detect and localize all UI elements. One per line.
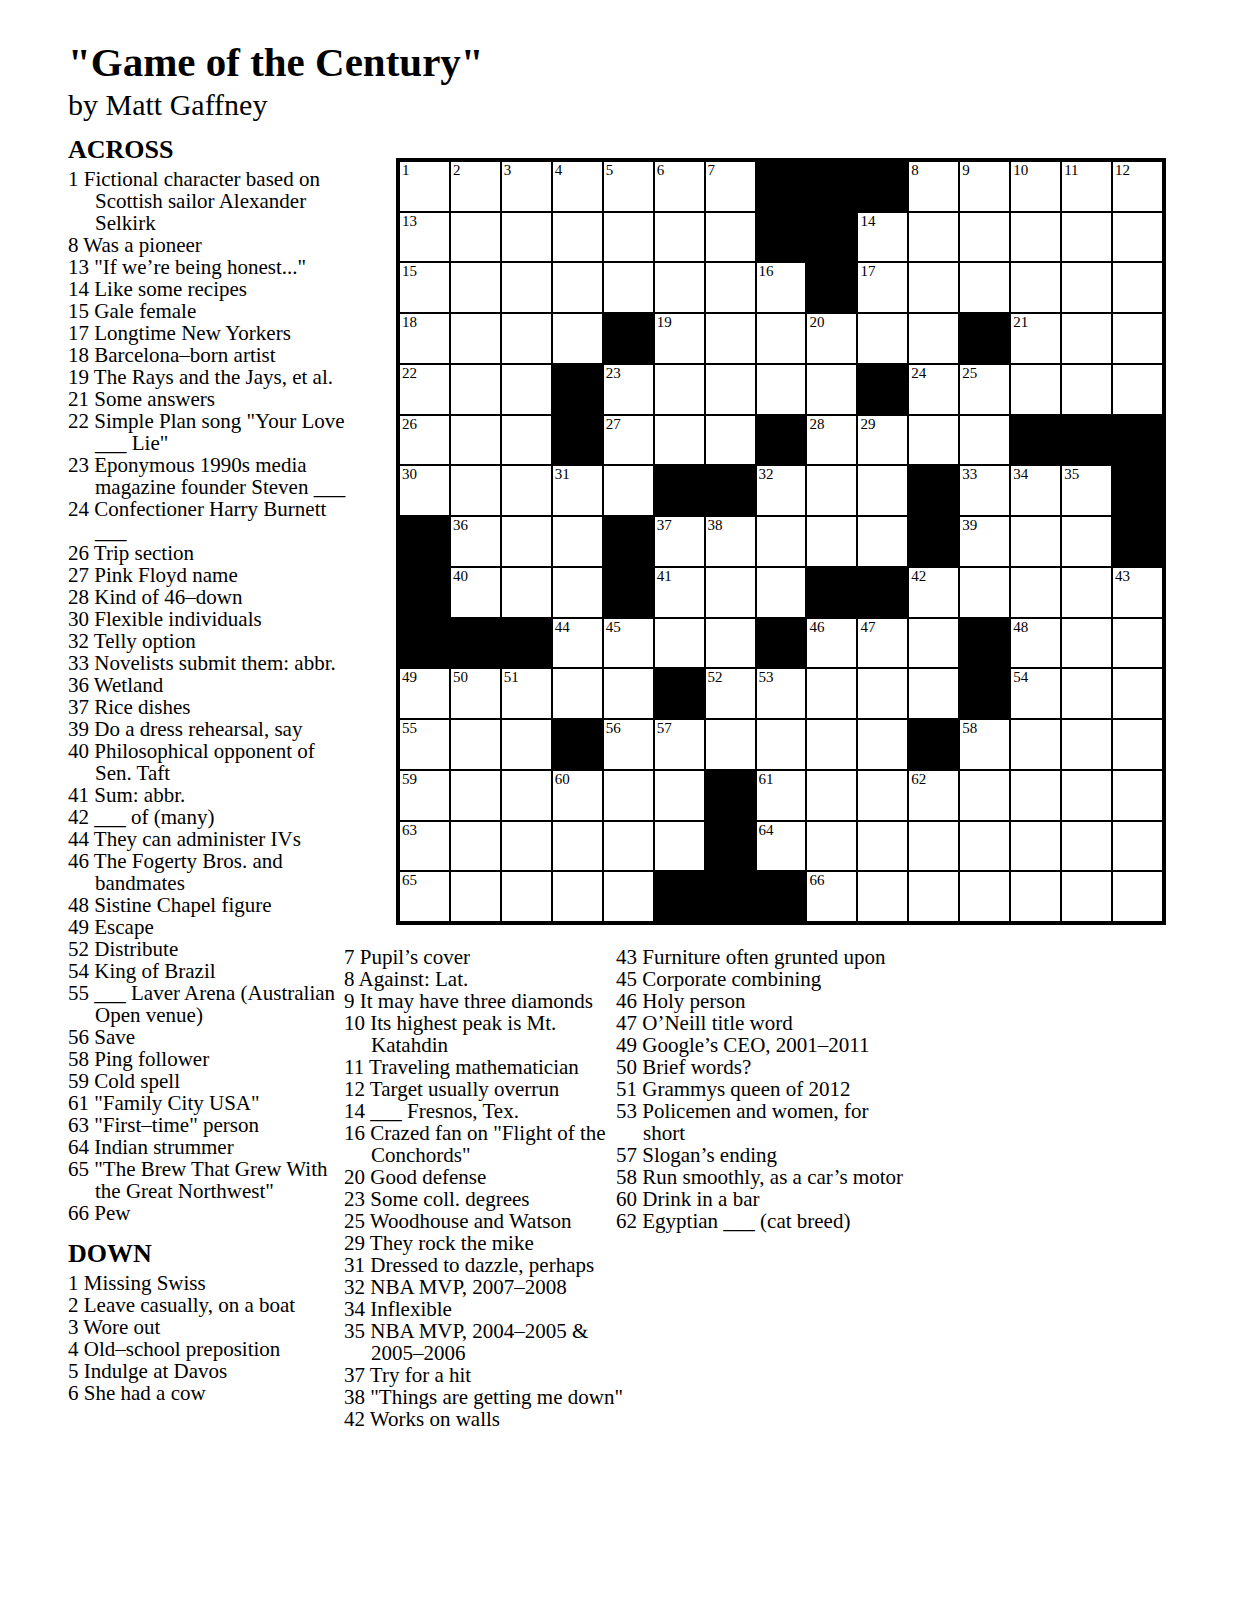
- black-cell: [706, 822, 755, 871]
- black-cell: [1113, 517, 1162, 566]
- cell-number: 14: [860, 213, 875, 230]
- across-clue-column: ACROSS 1 Fictional character based on Sc…: [68, 136, 346, 1404]
- grid-cell[interactable]: 27: [604, 416, 653, 465]
- black-cell: [400, 568, 449, 617]
- black-cell: [858, 162, 907, 211]
- cell-number: 11: [1064, 162, 1078, 179]
- clue-item: 26 Trip section: [68, 542, 346, 564]
- clue-item: 28 Kind of 46–down: [68, 586, 346, 608]
- grid-cell[interactable]: [1011, 365, 1060, 414]
- clue-item: 46 The Fogerty Bros. and bandmates: [68, 850, 346, 894]
- grid-cell[interactable]: [960, 568, 1009, 617]
- black-cell: [604, 568, 653, 617]
- cell-number: 8: [911, 162, 919, 179]
- grid-cell[interactable]: [553, 263, 602, 312]
- grid-cell[interactable]: 36: [451, 517, 500, 566]
- grid-cell[interactable]: [1062, 771, 1111, 820]
- grid-cell[interactable]: [706, 213, 755, 262]
- clue-item: 61 "Family City USA": [68, 1092, 346, 1114]
- cell-number: 62: [911, 771, 926, 788]
- grid-cell[interactable]: 18: [400, 314, 449, 363]
- grid-cell[interactable]: 43: [1113, 568, 1162, 617]
- grid-cell[interactable]: 28: [807, 416, 856, 465]
- grid-cell[interactable]: 33: [960, 466, 1009, 515]
- cell-number: 28: [809, 416, 824, 433]
- grid-cell[interactable]: [502, 771, 551, 820]
- grid-cell[interactable]: [960, 771, 1009, 820]
- grid-cell[interactable]: [451, 416, 500, 465]
- grid-cell[interactable]: [909, 314, 958, 363]
- cell-number: 26: [402, 416, 417, 433]
- black-cell: [757, 213, 806, 262]
- grid-cell[interactable]: [960, 872, 1009, 921]
- grid-cell[interactable]: 63: [400, 822, 449, 871]
- clue-item: 58 Run smoothly, as a car’s motor: [616, 1166, 908, 1188]
- grid-cell[interactable]: [553, 872, 602, 921]
- grid-cell[interactable]: [960, 263, 1009, 312]
- grid-cell[interactable]: [1062, 263, 1111, 312]
- clue-item: 45 Corporate combining: [616, 968, 908, 990]
- black-cell: [909, 517, 958, 566]
- grid-cell[interactable]: [909, 822, 958, 871]
- grid-cell[interactable]: [1113, 872, 1162, 921]
- grid-cell[interactable]: [553, 517, 602, 566]
- grid-cell[interactable]: 42: [909, 568, 958, 617]
- cell-number: 23: [606, 365, 621, 382]
- clue-item: 11 Traveling mathematician: [344, 1056, 626, 1078]
- grid-cell[interactable]: 32: [757, 466, 806, 515]
- grid-cell[interactable]: [807, 517, 856, 566]
- cell-number: 50: [453, 669, 468, 686]
- grid-cell[interactable]: [858, 720, 907, 769]
- black-cell: [706, 872, 755, 921]
- cell-number: 15: [402, 263, 417, 280]
- grid-cell[interactable]: [502, 517, 551, 566]
- grid-cell[interactable]: 34: [1011, 466, 1060, 515]
- grid-cell[interactable]: [451, 771, 500, 820]
- grid-cell[interactable]: [858, 822, 907, 871]
- grid-cell[interactable]: [706, 416, 755, 465]
- grid-cell[interactable]: [451, 872, 500, 921]
- cell-number: 17: [860, 263, 875, 280]
- grid-cell[interactable]: [604, 466, 653, 515]
- down-clue-list-part1: 1 Missing Swiss2 Leave casually, on a bo…: [68, 1272, 346, 1404]
- grid-cell[interactable]: [604, 872, 653, 921]
- black-cell: [604, 314, 653, 363]
- grid-cell[interactable]: 19: [655, 314, 704, 363]
- grid-cell[interactable]: [757, 568, 806, 617]
- across-clue-list: 1 Fictional character based on Scottish …: [68, 168, 346, 1224]
- grid-cell[interactable]: [757, 365, 806, 414]
- grid-cell[interactable]: [604, 669, 653, 718]
- grid-cell[interactable]: [1062, 517, 1111, 566]
- black-cell: [807, 162, 856, 211]
- grid-cell[interactable]: [807, 822, 856, 871]
- grid-cell[interactable]: [451, 720, 500, 769]
- grid-cell[interactable]: 11: [1062, 162, 1111, 211]
- clue-item: 23 Some coll. degrees: [344, 1188, 626, 1210]
- grid-cell[interactable]: [1062, 669, 1111, 718]
- grid-cell[interactable]: [1113, 213, 1162, 262]
- clue-item: 37 Try for a hit: [344, 1364, 626, 1386]
- clue-item: 44 They can administer IVs: [68, 828, 346, 850]
- grid-cell[interactable]: [909, 872, 958, 921]
- grid-cell[interactable]: 17: [858, 263, 907, 312]
- grid-cell[interactable]: [909, 263, 958, 312]
- grid-cell[interactable]: 31: [553, 466, 602, 515]
- grid-cell[interactable]: 49: [400, 669, 449, 718]
- grid-cell[interactable]: [502, 365, 551, 414]
- grid-cell[interactable]: 61: [757, 771, 806, 820]
- grid-cell[interactable]: [1011, 263, 1060, 312]
- grid-cell[interactable]: 20: [807, 314, 856, 363]
- grid-cell[interactable]: 9: [960, 162, 1009, 211]
- black-cell: [960, 619, 1009, 668]
- grid-cell[interactable]: 37: [655, 517, 704, 566]
- grid-cell[interactable]: [655, 213, 704, 262]
- grid-cell[interactable]: 15: [400, 263, 449, 312]
- black-cell: [553, 720, 602, 769]
- grid-cell[interactable]: 1: [400, 162, 449, 211]
- grid-cell[interactable]: [655, 263, 704, 312]
- grid-cell[interactable]: 50: [451, 669, 500, 718]
- grid-cell[interactable]: [604, 771, 653, 820]
- cell-number: 12: [1115, 162, 1130, 179]
- clue-item: 8 Was a pioneer: [68, 234, 346, 256]
- grid-cell[interactable]: 12: [1113, 162, 1162, 211]
- grid-cell[interactable]: [553, 669, 602, 718]
- crossword-grid: 1234567891011121314151617181920212223242…: [396, 158, 1166, 925]
- grid-cell[interactable]: 46: [807, 619, 856, 668]
- grid-cell[interactable]: [1011, 771, 1060, 820]
- grid-cell[interactable]: [655, 822, 704, 871]
- grid-cell[interactable]: 45: [604, 619, 653, 668]
- black-cell: [757, 872, 806, 921]
- grid-cell[interactable]: [1113, 314, 1162, 363]
- grid-cell[interactable]: 58: [960, 720, 1009, 769]
- grid-cell[interactable]: 66: [807, 872, 856, 921]
- cell-number: 38: [708, 517, 723, 534]
- cell-number: 51: [504, 669, 519, 686]
- grid-cell[interactable]: 25: [960, 365, 1009, 414]
- grid-cell[interactable]: 59: [400, 771, 449, 820]
- grid-cell[interactable]: [1011, 517, 1060, 566]
- grid-cell[interactable]: 55: [400, 720, 449, 769]
- grid-cell[interactable]: [451, 263, 500, 312]
- black-cell: [757, 162, 806, 211]
- down-header: DOWN: [68, 1240, 346, 1268]
- clue-item: 1 Missing Swiss: [68, 1272, 346, 1294]
- grid-cell[interactable]: [807, 466, 856, 515]
- grid-cell[interactable]: [451, 466, 500, 515]
- clue-item: 57 Slogan’s ending: [616, 1144, 908, 1166]
- grid-cell[interactable]: [502, 822, 551, 871]
- grid-cell[interactable]: 24: [909, 365, 958, 414]
- grid-cell[interactable]: [451, 213, 500, 262]
- grid-cell[interactable]: 2: [451, 162, 500, 211]
- grid-cell[interactable]: [1062, 619, 1111, 668]
- black-cell: [858, 568, 907, 617]
- cell-number: 16: [759, 263, 774, 280]
- grid-cell[interactable]: 6: [655, 162, 704, 211]
- down-clue-list-part3: 43 Furniture often grunted upon45 Corpor…: [616, 946, 908, 1232]
- grid-cell[interactable]: [1062, 822, 1111, 871]
- black-cell: [807, 213, 856, 262]
- grid-cell[interactable]: [858, 669, 907, 718]
- grid-cell[interactable]: 8: [909, 162, 958, 211]
- grid-cell[interactable]: [960, 822, 1009, 871]
- grid-cell[interactable]: [502, 720, 551, 769]
- grid-cell[interactable]: [655, 771, 704, 820]
- clue-item: 66 Pew: [68, 1202, 346, 1224]
- grid-cell[interactable]: 26: [400, 416, 449, 465]
- clue-item: 22 Simple Plan song "Your Love ___ Lie": [68, 410, 346, 454]
- grid-cell[interactable]: [1062, 314, 1111, 363]
- black-cell: [757, 416, 806, 465]
- grid-cell[interactable]: [655, 365, 704, 414]
- grid-cell[interactable]: [909, 416, 958, 465]
- cell-number: 55: [402, 720, 417, 737]
- grid-cell[interactable]: [807, 771, 856, 820]
- cell-number: 25: [962, 365, 977, 382]
- grid-cell[interactable]: 48: [1011, 619, 1060, 668]
- clue-item: 18 Barcelona–born artist: [68, 344, 346, 366]
- grid-cell[interactable]: [757, 720, 806, 769]
- clue-item: 51 Grammys queen of 2012: [616, 1078, 908, 1100]
- grid-cell[interactable]: [706, 314, 755, 363]
- black-cell: [604, 517, 653, 566]
- clue-item: 12 Target usually overrun: [344, 1078, 626, 1100]
- black-cell: [706, 466, 755, 515]
- clue-item: 29 They rock the mike: [344, 1232, 626, 1254]
- cell-number: 24: [911, 365, 926, 382]
- grid-cell[interactable]: [604, 263, 653, 312]
- grid-cell[interactable]: [1113, 619, 1162, 668]
- cell-number: 32: [759, 466, 774, 483]
- grid-cell[interactable]: [1113, 669, 1162, 718]
- grid-cell[interactable]: [502, 466, 551, 515]
- black-cell: [451, 619, 500, 668]
- grid-cell[interactable]: 41: [655, 568, 704, 617]
- grid-cell[interactable]: 40: [451, 568, 500, 617]
- clue-item: 32 NBA MVP, 2007–2008: [344, 1276, 626, 1298]
- grid-cell[interactable]: [909, 619, 958, 668]
- grid-cell[interactable]: 21: [1011, 314, 1060, 363]
- clue-item: 49 Google’s CEO, 2001–2011: [616, 1034, 908, 1056]
- grid-cell[interactable]: [757, 314, 806, 363]
- grid-cell[interactable]: [451, 822, 500, 871]
- grid-cell[interactable]: 56: [604, 720, 653, 769]
- grid-cell[interactable]: [807, 669, 856, 718]
- grid-cell[interactable]: [858, 771, 907, 820]
- grid-cell[interactable]: [1113, 720, 1162, 769]
- grid-cell[interactable]: [807, 720, 856, 769]
- grid-cell[interactable]: [1113, 822, 1162, 871]
- grid-cell[interactable]: 3: [502, 162, 551, 211]
- grid-cell[interactable]: 22: [400, 365, 449, 414]
- grid-cell[interactable]: [1062, 365, 1111, 414]
- black-cell: [1113, 416, 1162, 465]
- grid-cell[interactable]: [553, 568, 602, 617]
- grid-cell[interactable]: 7: [706, 162, 755, 211]
- cell-number: 27: [606, 416, 621, 433]
- clue-item: 48 Sistine Chapel figure: [68, 894, 346, 916]
- grid-cell[interactable]: 57: [655, 720, 704, 769]
- cell-number: 13: [402, 213, 417, 230]
- clue-item: 41 Sum: abbr.: [68, 784, 346, 806]
- clue-item: 17 Longtime New Yorkers: [68, 322, 346, 344]
- grid-cell[interactable]: 30: [400, 466, 449, 515]
- grid-cell[interactable]: [604, 822, 653, 871]
- cell-number: 21: [1013, 314, 1028, 331]
- grid-cell[interactable]: 65: [400, 872, 449, 921]
- grid-cell[interactable]: [706, 619, 755, 668]
- grid-cell[interactable]: 13: [400, 213, 449, 262]
- cell-number: 1: [402, 162, 410, 179]
- grid-cell[interactable]: [502, 314, 551, 363]
- clue-item: 2 Leave casually, on a boat: [68, 1294, 346, 1316]
- grid-cell[interactable]: [553, 822, 602, 871]
- clue-item: 50 Brief words?: [616, 1056, 908, 1078]
- clue-item: 54 King of Brazil: [68, 960, 346, 982]
- clue-item: 56 Save: [68, 1026, 346, 1048]
- grid-cell[interactable]: 29: [858, 416, 907, 465]
- grid-cell[interactable]: [1113, 771, 1162, 820]
- grid-cell[interactable]: [1011, 872, 1060, 921]
- cell-number: 61: [759, 771, 774, 788]
- cell-number: 35: [1064, 466, 1079, 483]
- grid-cell[interactable]: [451, 365, 500, 414]
- grid-cell[interactable]: [502, 416, 551, 465]
- clue-item: 43 Furniture often grunted upon: [616, 946, 908, 968]
- grid-cell[interactable]: [807, 365, 856, 414]
- grid-cell[interactable]: [1113, 365, 1162, 414]
- grid-cell[interactable]: [502, 872, 551, 921]
- cell-number: 43: [1115, 568, 1130, 585]
- black-cell: [400, 619, 449, 668]
- cell-number: 6: [657, 162, 665, 179]
- cell-number: 64: [759, 822, 774, 839]
- grid-cell[interactable]: [502, 213, 551, 262]
- clue-item: 32 Telly option: [68, 630, 346, 652]
- grid-cell[interactable]: [706, 365, 755, 414]
- clue-item: 3 Wore out: [68, 1316, 346, 1338]
- black-cell: [706, 771, 755, 820]
- clue-item: 20 Good defense: [344, 1166, 626, 1188]
- cell-number: 65: [402, 872, 417, 889]
- grid-cell[interactable]: 38: [706, 517, 755, 566]
- clue-item: 7 Pupil’s cover: [344, 946, 626, 968]
- clue-item: 47 O’Neill title word: [616, 1012, 908, 1034]
- grid-cell[interactable]: [858, 872, 907, 921]
- grid-cell[interactable]: 39: [960, 517, 1009, 566]
- grid-cell[interactable]: [757, 517, 806, 566]
- cell-number: 37: [657, 517, 672, 534]
- clue-item: 27 Pink Floyd name: [68, 564, 346, 586]
- cell-number: 66: [809, 872, 824, 889]
- cell-number: 45: [606, 619, 621, 636]
- black-cell: [909, 720, 958, 769]
- grid-cell[interactable]: 60: [553, 771, 602, 820]
- grid-cell[interactable]: 47: [858, 619, 907, 668]
- grid-cell[interactable]: 5: [604, 162, 653, 211]
- grid-cell[interactable]: [1062, 568, 1111, 617]
- grid-cell[interactable]: [1011, 822, 1060, 871]
- clue-item: 14 ___ Fresnos, Tex.: [344, 1100, 626, 1122]
- grid-cell[interactable]: [706, 263, 755, 312]
- grid-cell[interactable]: 35: [1062, 466, 1111, 515]
- grid-cell[interactable]: 44: [553, 619, 602, 668]
- cell-number: 42: [911, 568, 926, 585]
- black-cell: [655, 872, 704, 921]
- grid-cell[interactable]: [451, 314, 500, 363]
- grid-cell[interactable]: 54: [1011, 669, 1060, 718]
- grid-cell[interactable]: [706, 720, 755, 769]
- black-cell: [502, 619, 551, 668]
- clue-item: 13 "If we’re being honest...": [68, 256, 346, 278]
- grid-cell[interactable]: 62: [909, 771, 958, 820]
- grid-cell[interactable]: 14: [858, 213, 907, 262]
- cell-number: 30: [402, 466, 417, 483]
- clue-item: 59 Cold spell: [68, 1070, 346, 1092]
- grid-cell[interactable]: [960, 213, 1009, 262]
- grid-cell[interactable]: [858, 517, 907, 566]
- clue-item: 10 Its highest peak is Mt. Katahdin: [344, 1012, 626, 1056]
- black-cell: [858, 365, 907, 414]
- grid-cell[interactable]: [655, 416, 704, 465]
- grid-cell[interactable]: [553, 314, 602, 363]
- across-header: ACROSS: [68, 136, 346, 164]
- grid-cell[interactable]: [858, 314, 907, 363]
- grid-cell[interactable]: [1011, 568, 1060, 617]
- grid-cell[interactable]: [706, 568, 755, 617]
- cell-number: 4: [555, 162, 563, 179]
- grid-cell[interactable]: [909, 669, 958, 718]
- grid-cell[interactable]: [1113, 263, 1162, 312]
- grid-cell[interactable]: 10: [1011, 162, 1060, 211]
- grid-cell[interactable]: 16: [757, 263, 806, 312]
- grid-cell[interactable]: [604, 213, 653, 262]
- grid-cell[interactable]: [1011, 720, 1060, 769]
- grid-cell[interactable]: 53: [757, 669, 806, 718]
- cell-number: 9: [962, 162, 970, 179]
- grid-cell[interactable]: [1062, 872, 1111, 921]
- grid-cell[interactable]: 64: [757, 822, 806, 871]
- clue-item: 36 Wetland: [68, 674, 346, 696]
- black-cell: [757, 619, 806, 668]
- grid-cell[interactable]: [553, 213, 602, 262]
- grid-cell[interactable]: [960, 416, 1009, 465]
- black-cell: [400, 517, 449, 566]
- grid-cell[interactable]: [1062, 720, 1111, 769]
- grid-cell[interactable]: [502, 568, 551, 617]
- grid-cell[interactable]: [1062, 213, 1111, 262]
- cell-number: 33: [962, 466, 977, 483]
- grid-cell[interactable]: 4: [553, 162, 602, 211]
- grid-cell[interactable]: [655, 619, 704, 668]
- cell-number: 56: [606, 720, 621, 737]
- grid-cell[interactable]: [502, 263, 551, 312]
- clue-item: 46 Holy person: [616, 990, 908, 1012]
- grid-cell[interactable]: [909, 213, 958, 262]
- grid-cell[interactable]: [1011, 213, 1060, 262]
- down-clue-list-part2: 7 Pupil’s cover8 Against: Lat.9 It may h…: [344, 946, 626, 1430]
- grid-cell[interactable]: [858, 466, 907, 515]
- grid-cell[interactable]: 23: [604, 365, 653, 414]
- cell-number: 47: [860, 619, 875, 636]
- grid-cell[interactable]: 51: [502, 669, 551, 718]
- grid-cell[interactable]: 52: [706, 669, 755, 718]
